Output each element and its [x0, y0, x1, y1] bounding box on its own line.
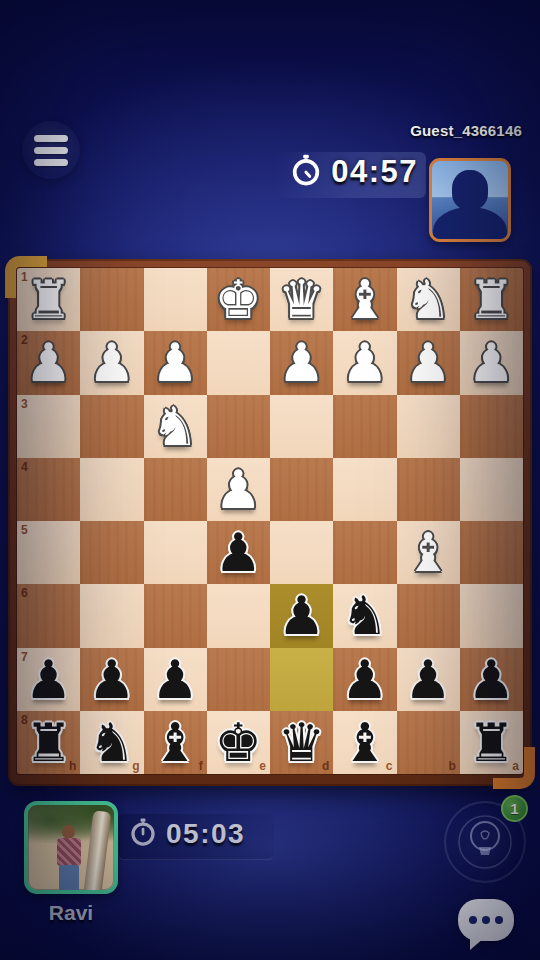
white-pawn-d2: ♟: [270, 331, 333, 394]
black-king-e8: ♚: [207, 711, 270, 774]
black-pawn-b7: ♟: [397, 648, 460, 711]
white-pawn-c2: ♟: [333, 331, 396, 394]
square-a5[interactable]: [460, 521, 523, 584]
square-g5[interactable]: [80, 521, 143, 584]
square-f2[interactable]: ♟: [144, 331, 207, 394]
square-d2[interactable]: ♟: [270, 331, 333, 394]
square-b5[interactable]: ♝: [397, 521, 460, 584]
rank-label-3: 3: [21, 397, 28, 411]
square-e3[interactable]: [207, 395, 270, 458]
stopwatch-icon: [128, 817, 158, 851]
square-h5[interactable]: 5: [17, 521, 80, 584]
white-pawn-g2: ♟: [80, 331, 143, 394]
file-label-e: e: [259, 759, 266, 773]
black-rook-a8: ♜: [460, 711, 523, 774]
square-f8[interactable]: f♝: [144, 711, 207, 774]
opponent-clock: 04:57: [289, 153, 418, 191]
white-pawn-h2: ♟: [17, 331, 80, 394]
file-label-g: g: [132, 759, 139, 773]
square-e4[interactable]: ♟: [207, 458, 270, 521]
square-c4[interactable]: [333, 458, 396, 521]
file-label-b: b: [448, 759, 455, 773]
square-h6[interactable]: 6: [17, 584, 80, 647]
white-knight-f3: ♞: [144, 395, 207, 458]
square-c7[interactable]: ♟: [333, 648, 396, 711]
square-d7[interactable]: [270, 648, 333, 711]
square-f6[interactable]: [144, 584, 207, 647]
square-g3[interactable]: [80, 395, 143, 458]
chess-board-frame: 1♜♚♛♝♞♜2♟♟♟♟♟♟♟3♞4♟5♟♝6♟♞7♟♟♟♟♟♟8h♜g♞f♝e…: [8, 259, 532, 786]
black-rook-h8: ♜: [17, 711, 80, 774]
square-c6[interactable]: ♞: [333, 584, 396, 647]
chess-board: 1♜♚♛♝♞♜2♟♟♟♟♟♟♟3♞4♟5♟♝6♟♞7♟♟♟♟♟♟8h♜g♞f♝e…: [17, 268, 523, 774]
rank-label-6: 6: [21, 586, 28, 600]
file-label-h: h: [69, 759, 76, 773]
square-b8[interactable]: b: [397, 711, 460, 774]
white-rook-h1: ♜: [17, 268, 80, 331]
square-g4[interactable]: [80, 458, 143, 521]
white-bishop-b5: ♝: [397, 521, 460, 584]
square-a4[interactable]: [460, 458, 523, 521]
chess-game-screen: Guest_4366146 04:57 1♜♚♛♝♞♜2♟♟♟♟♟♟♟3♞4♟5…: [0, 0, 540, 960]
square-c3[interactable]: [333, 395, 396, 458]
square-a6[interactable]: [460, 584, 523, 647]
square-f7[interactable]: ♟: [144, 648, 207, 711]
rank-label-5: 5: [21, 523, 28, 537]
rank-label-7: 7: [21, 650, 28, 664]
black-queen-d8: ♛: [270, 711, 333, 774]
square-c5[interactable]: [333, 521, 396, 584]
square-b3[interactable]: [397, 395, 460, 458]
black-pawn-c7: ♟: [333, 648, 396, 711]
white-queen-d1: ♛: [270, 268, 333, 331]
square-h1[interactable]: 1♜: [17, 268, 80, 331]
white-king-e1: ♚: [207, 268, 270, 331]
square-a3[interactable]: [460, 395, 523, 458]
square-g7[interactable]: ♟: [80, 648, 143, 711]
square-f3[interactable]: ♞: [144, 395, 207, 458]
file-label-a: a: [512, 759, 519, 773]
file-label-d: d: [322, 759, 329, 773]
square-d4[interactable]: [270, 458, 333, 521]
square-g2[interactable]: ♟: [80, 331, 143, 394]
rank-label-4: 4: [21, 460, 28, 474]
square-a7[interactable]: ♟: [460, 648, 523, 711]
black-bishop-f8: ♝: [144, 711, 207, 774]
opponent-avatar-silhouette: [452, 170, 488, 210]
square-f1[interactable]: [144, 268, 207, 331]
square-g6[interactable]: [80, 584, 143, 647]
square-h2[interactable]: 2♟: [17, 331, 80, 394]
black-knight-c6: ♞: [333, 584, 396, 647]
hint-count-badge: 1: [501, 795, 528, 822]
white-pawn-a2: ♟: [460, 331, 523, 394]
file-label-f: f: [199, 759, 203, 773]
square-b2[interactable]: ♟: [397, 331, 460, 394]
white-rook-a1: ♜: [460, 268, 523, 331]
player-time: 05:03: [166, 818, 245, 850]
rank-label-1: 1: [21, 270, 28, 284]
square-c8[interactable]: c♝: [333, 711, 396, 774]
square-b1[interactable]: ♞: [397, 268, 460, 331]
square-g8[interactable]: g♞: [80, 711, 143, 774]
square-e1[interactable]: ♚: [207, 268, 270, 331]
file-label-c: c: [386, 759, 393, 773]
hamburger-menu-icon: [34, 135, 68, 142]
square-d3[interactable]: [270, 395, 333, 458]
square-d1[interactable]: ♛: [270, 268, 333, 331]
square-f5[interactable]: [144, 521, 207, 584]
stopwatch-icon: [289, 153, 323, 191]
rank-label-2: 2: [21, 333, 28, 347]
square-e7[interactable]: [207, 648, 270, 711]
square-d6[interactable]: ♟: [270, 584, 333, 647]
square-a8[interactable]: a♜: [460, 711, 523, 774]
square-a2[interactable]: ♟: [460, 331, 523, 394]
square-e6[interactable]: [207, 584, 270, 647]
black-knight-g8: ♞: [80, 711, 143, 774]
black-pawn-a7: ♟: [460, 648, 523, 711]
white-pawn-f2: ♟: [144, 331, 207, 394]
hint-button[interactable]: 1: [444, 801, 526, 883]
white-knight-b1: ♞: [397, 268, 460, 331]
square-f4[interactable]: [144, 458, 207, 521]
square-c1[interactable]: ♝: [333, 268, 396, 331]
square-g1[interactable]: [80, 268, 143, 331]
menu-button[interactable]: [22, 121, 80, 179]
white-pawn-e4: ♟: [207, 458, 270, 521]
black-pawn-f7: ♟: [144, 648, 207, 711]
square-d8[interactable]: d♛: [270, 711, 333, 774]
square-e2[interactable]: [207, 331, 270, 394]
white-bishop-c1: ♝: [333, 268, 396, 331]
square-a1[interactable]: ♜: [460, 268, 523, 331]
square-b4[interactable]: [397, 458, 460, 521]
black-pawn-h7: ♟: [17, 648, 80, 711]
square-e8[interactable]: e♚: [207, 711, 270, 774]
square-b7[interactable]: ♟: [397, 648, 460, 711]
black-bishop-c8: ♝: [333, 711, 396, 774]
square-c2[interactable]: ♟: [333, 331, 396, 394]
black-pawn-d6: ♟: [270, 584, 333, 647]
opponent-avatar[interactable]: [429, 158, 511, 242]
rank-label-8: 8: [21, 713, 28, 727]
square-d5[interactable]: [270, 521, 333, 584]
player-name: Ravi: [24, 901, 118, 925]
player-clock: 05:03: [128, 817, 245, 851]
square-h4[interactable]: 4: [17, 458, 80, 521]
player-avatar[interactable]: [24, 801, 118, 894]
square-h8[interactable]: 8h♜: [17, 711, 80, 774]
chat-button[interactable]: [458, 899, 514, 941]
black-pawn-g7: ♟: [80, 648, 143, 711]
black-pawn-e5: ♟: [207, 521, 270, 584]
opponent-name: Guest_4366146: [410, 122, 522, 139]
square-h3[interactable]: 3: [17, 395, 80, 458]
square-e5[interactable]: ♟: [207, 521, 270, 584]
square-h7[interactable]: 7♟: [17, 648, 80, 711]
opponent-time: 04:57: [331, 154, 418, 190]
square-b6[interactable]: [397, 584, 460, 647]
white-pawn-b2: ♟: [397, 331, 460, 394]
chat-ellipsis-icon: [469, 916, 477, 924]
